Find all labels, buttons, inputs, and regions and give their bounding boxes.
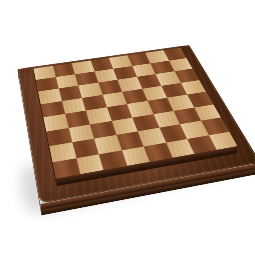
chess-board xyxy=(19,55,255,215)
product-photo-stage xyxy=(0,0,255,255)
perspective-scene xyxy=(0,0,255,255)
